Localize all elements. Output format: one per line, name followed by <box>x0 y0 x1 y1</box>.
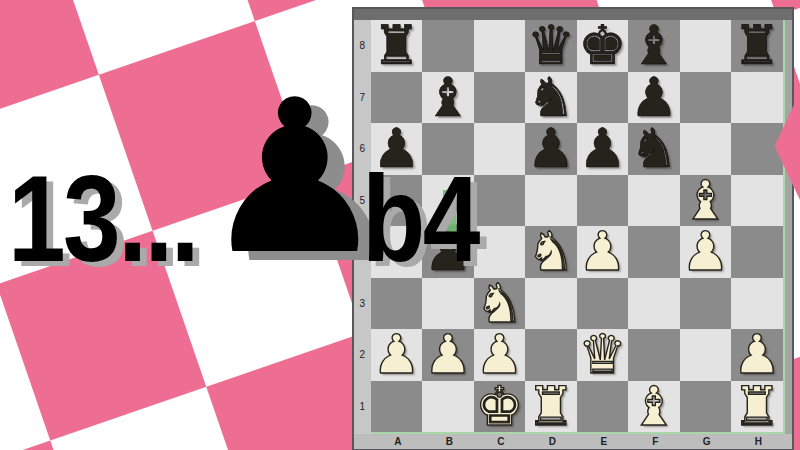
square-c7 <box>474 72 526 124</box>
square-h7 <box>731 72 783 124</box>
file-label-g: G <box>681 434 733 449</box>
white-king-c1: ♚ <box>475 381 523 433</box>
white-knight-c3: ♞ <box>475 278 523 330</box>
white-knight-d4: ♞ <box>527 226 575 278</box>
square-f3 <box>628 278 680 330</box>
black-pawn-icon: ♟ <box>200 72 375 284</box>
square-d1: ♜ <box>525 381 577 433</box>
square-c6 <box>474 123 526 175</box>
square-e4: ♟ <box>577 226 629 278</box>
square-e3 <box>577 278 629 330</box>
white-pawn-g4: ♟ <box>681 226 729 278</box>
square-d6: ♟ <box>525 123 577 175</box>
rank-label-1: 1 <box>354 381 371 433</box>
square-a2: ♟ <box>371 329 423 381</box>
white-rook-d1: ♜ <box>527 381 575 433</box>
square-e2: ♛ <box>577 329 629 381</box>
square-b8 <box>422 20 474 72</box>
square-d8: ♛ <box>525 20 577 72</box>
white-pawn-e4: ♟ <box>578 226 626 278</box>
square-c8 <box>474 20 526 72</box>
square-c1: ♚ <box>474 381 526 433</box>
square-e5 <box>577 175 629 227</box>
square-g1 <box>680 381 732 433</box>
black-pawn-f7: ♟ <box>630 72 678 124</box>
file-label-d: D <box>527 434 579 449</box>
square-c5 <box>474 175 526 227</box>
square-h6 <box>731 123 783 175</box>
square-c3: ♞ <box>474 278 526 330</box>
square-a1 <box>371 381 423 433</box>
square-b1 <box>422 381 474 433</box>
square-g6 <box>680 123 732 175</box>
black-knight-f6: ♞ <box>630 123 678 175</box>
square-g2 <box>680 329 732 381</box>
square-h4 <box>731 226 783 278</box>
square-f1: ♝ <box>628 381 680 433</box>
square-e8: ♚ <box>577 20 629 72</box>
square-d5 <box>525 175 577 227</box>
black-queen-d8: ♛ <box>527 20 575 72</box>
black-rook-h8: ♜ <box>733 20 781 72</box>
square-f2 <box>628 329 680 381</box>
black-king-e8: ♚ <box>578 20 626 72</box>
square-g7 <box>680 72 732 124</box>
black-bishop-b7: ♝ <box>424 72 472 124</box>
square-f5 <box>628 175 680 227</box>
square-b7: ♝ <box>422 72 474 124</box>
file-label-b: B <box>424 434 476 449</box>
square-d7: ♞ <box>525 72 577 124</box>
white-pawn-b2: ♟ <box>424 329 472 381</box>
black-pawn-d6: ♟ <box>527 123 575 175</box>
file-label-e: E <box>578 434 630 449</box>
square-h3 <box>731 278 783 330</box>
square-c2: ♟ <box>474 329 526 381</box>
square-f4 <box>628 226 680 278</box>
square-f8: ♝ <box>628 20 680 72</box>
square-d4: ♞ <box>525 226 577 278</box>
square-h5 <box>731 175 783 227</box>
black-bishop-f8: ♝ <box>630 20 678 72</box>
white-queen-e2: ♛ <box>578 329 626 381</box>
white-bishop-g5: ♝ <box>681 175 729 227</box>
white-bishop-f1: ♝ <box>630 381 678 433</box>
move-san-text: b4 <box>362 158 478 280</box>
square-g3 <box>680 278 732 330</box>
white-pawn-a2: ♟ <box>372 329 420 381</box>
square-f7: ♟ <box>628 72 680 124</box>
square-h1: ♜ <box>731 381 783 433</box>
square-d2 <box>525 329 577 381</box>
square-e6: ♟ <box>577 123 629 175</box>
black-knight-d7: ♞ <box>527 72 575 124</box>
black-pawn-e6: ♟ <box>578 123 626 175</box>
square-h2: ♟ <box>731 329 783 381</box>
move-number-text: 13... <box>8 158 197 280</box>
square-g4: ♟ <box>680 226 732 278</box>
square-h8: ♜ <box>731 20 783 72</box>
square-g5: ♝ <box>680 175 732 227</box>
file-label-c: C <box>475 434 527 449</box>
file-label-a: A <box>372 434 424 449</box>
rank-label-2: 2 <box>354 329 371 381</box>
white-rook-h1: ♜ <box>733 381 781 433</box>
square-e7 <box>577 72 629 124</box>
file-label-f: F <box>630 434 682 449</box>
white-pawn-c2: ♟ <box>475 329 523 381</box>
white-pawn-h2: ♟ <box>733 329 781 381</box>
square-b2: ♟ <box>422 329 474 381</box>
square-e1 <box>577 381 629 433</box>
file-label-h: H <box>733 434 785 449</box>
square-d3 <box>525 278 577 330</box>
board-right-frame <box>785 20 792 434</box>
square-f6: ♞ <box>628 123 680 175</box>
square-g8 <box>680 20 732 72</box>
square-c4 <box>474 226 526 278</box>
file-labels: ABCDEFGH <box>354 434 792 449</box>
